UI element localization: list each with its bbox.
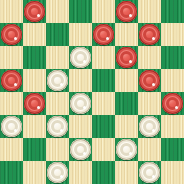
light-square <box>92 46 115 69</box>
light-square <box>46 0 69 23</box>
light-square <box>138 138 161 161</box>
red-piece[interactable] <box>1 24 22 45</box>
light-square <box>92 138 115 161</box>
light-square <box>69 69 92 92</box>
white-piece[interactable] <box>139 116 160 137</box>
light-square <box>138 92 161 115</box>
checkers-app <box>0 0 184 184</box>
light-square <box>161 161 184 184</box>
light-square <box>138 46 161 69</box>
white-piece[interactable] <box>47 116 68 137</box>
dark-square[interactable] <box>161 138 184 161</box>
dark-square[interactable] <box>92 115 115 138</box>
dark-square[interactable] <box>0 69 23 92</box>
red-piece[interactable] <box>139 70 160 91</box>
red-piece[interactable] <box>24 93 45 114</box>
white-piece[interactable] <box>1 116 22 137</box>
dark-square[interactable] <box>0 115 23 138</box>
dark-square[interactable] <box>23 0 46 23</box>
dark-square[interactable] <box>23 138 46 161</box>
white-piece[interactable] <box>47 162 68 183</box>
white-piece[interactable] <box>139 162 160 183</box>
light-square <box>46 92 69 115</box>
dark-square[interactable] <box>69 0 92 23</box>
dark-square[interactable] <box>46 69 69 92</box>
light-square <box>69 161 92 184</box>
light-square <box>23 69 46 92</box>
dark-square[interactable] <box>46 161 69 184</box>
dark-square[interactable] <box>69 46 92 69</box>
light-square <box>115 161 138 184</box>
dark-square[interactable] <box>115 138 138 161</box>
light-square <box>161 69 184 92</box>
dark-square[interactable] <box>69 92 92 115</box>
light-square <box>46 46 69 69</box>
dark-square[interactable] <box>138 115 161 138</box>
red-piece[interactable] <box>1 70 22 91</box>
light-square <box>161 23 184 46</box>
dark-square[interactable] <box>138 23 161 46</box>
red-piece[interactable] <box>116 1 137 22</box>
light-square <box>0 138 23 161</box>
light-square <box>0 0 23 23</box>
white-piece[interactable] <box>47 70 68 91</box>
dark-square[interactable] <box>0 23 23 46</box>
white-piece[interactable] <box>70 139 91 160</box>
dark-square[interactable] <box>46 115 69 138</box>
light-square <box>0 92 23 115</box>
dark-square[interactable] <box>161 92 184 115</box>
dark-square[interactable] <box>23 46 46 69</box>
light-square <box>138 0 161 23</box>
dark-square[interactable] <box>69 138 92 161</box>
red-piece[interactable] <box>116 47 137 68</box>
dark-square[interactable] <box>92 161 115 184</box>
dark-square[interactable] <box>138 69 161 92</box>
light-square <box>69 115 92 138</box>
light-square <box>92 92 115 115</box>
white-piece[interactable] <box>116 139 137 160</box>
dark-square[interactable] <box>92 23 115 46</box>
red-piece[interactable] <box>24 1 45 22</box>
red-piece[interactable] <box>93 24 114 45</box>
dark-square[interactable] <box>46 23 69 46</box>
checkers-board <box>0 0 184 184</box>
light-square <box>115 23 138 46</box>
dark-square[interactable] <box>0 161 23 184</box>
dark-square[interactable] <box>115 0 138 23</box>
white-piece[interactable] <box>70 93 91 114</box>
dark-square[interactable] <box>161 0 184 23</box>
light-square <box>92 0 115 23</box>
light-square <box>69 23 92 46</box>
light-square <box>115 69 138 92</box>
dark-square[interactable] <box>138 161 161 184</box>
dark-square[interactable] <box>92 69 115 92</box>
dark-square[interactable] <box>115 92 138 115</box>
light-square <box>0 46 23 69</box>
red-piece[interactable] <box>162 93 183 114</box>
red-piece[interactable] <box>139 24 160 45</box>
light-square <box>23 23 46 46</box>
dark-square[interactable] <box>115 46 138 69</box>
light-square <box>23 161 46 184</box>
dark-square[interactable] <box>23 92 46 115</box>
light-square <box>115 115 138 138</box>
white-piece[interactable] <box>70 47 91 68</box>
light-square <box>23 115 46 138</box>
dark-square[interactable] <box>161 46 184 69</box>
light-square <box>46 138 69 161</box>
light-square <box>161 115 184 138</box>
